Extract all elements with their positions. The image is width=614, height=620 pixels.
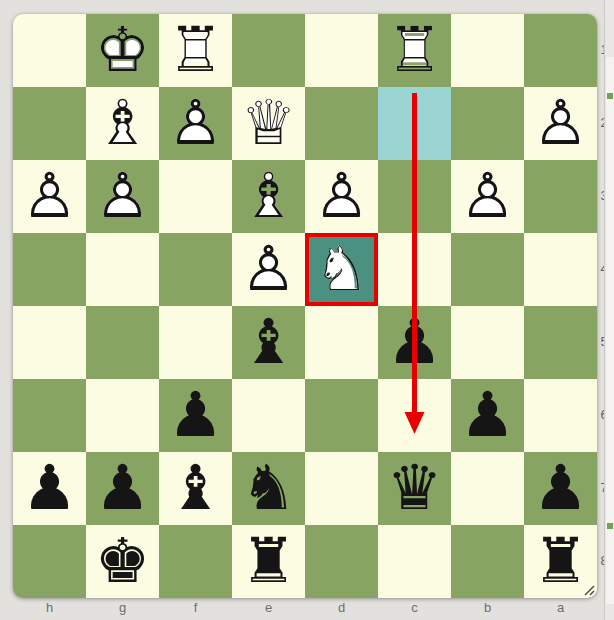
square-f4[interactable] [159,233,232,306]
square-b8[interactable] [451,525,524,598]
black-rook-icon[interactable]: ♜ [232,525,305,598]
square-f1[interactable]: ♜♖ [159,14,232,87]
square-a7[interactable]: ♟ [524,452,597,525]
file-label-c: c [405,600,425,616]
white-rook-icon[interactable]: ♜♖ [159,14,232,87]
white-pawn-icon[interactable]: ♟♙ [232,233,305,306]
square-b1[interactable] [451,14,524,87]
square-d4[interactable]: ♞♘ [305,233,378,306]
black-knight-icon[interactable]: ♞ [232,452,305,525]
white-pawn-icon[interactable]: ♟♙ [451,160,524,233]
square-g3[interactable]: ♟♙ [86,160,159,233]
square-d3[interactable]: ♟♙ [305,160,378,233]
square-g4[interactable] [86,233,159,306]
square-d1[interactable] [305,14,378,87]
square-h1[interactable] [13,14,86,87]
white-knight-icon[interactable]: ♞♘ [305,233,378,306]
square-g1[interactable]: ♚♔ [86,14,159,87]
white-bishop-icon[interactable]: ♝♗ [232,160,305,233]
square-a5[interactable] [524,306,597,379]
black-queen-icon[interactable]: ♛ [378,452,451,525]
square-h4[interactable] [13,233,86,306]
scroll-marker-icon [607,93,613,99]
square-b4[interactable] [451,233,524,306]
white-queen-icon[interactable]: ♛♕ [232,87,305,160]
square-c7[interactable]: ♛ [378,452,451,525]
square-e7[interactable]: ♞ [232,452,305,525]
square-b5[interactable] [451,306,524,379]
square-f7[interactable]: ♝ [159,452,232,525]
square-c2[interactable] [378,87,451,160]
square-d8[interactable] [305,525,378,598]
square-d6[interactable] [305,379,378,452]
square-a1[interactable] [524,14,597,87]
square-d7[interactable] [305,452,378,525]
square-c3[interactable] [378,160,451,233]
square-b2[interactable] [451,87,524,160]
square-b6[interactable]: ♟ [451,379,524,452]
black-pawn-icon[interactable]: ♟ [451,379,524,452]
black-bishop-icon[interactable]: ♝ [159,452,232,525]
white-king-icon[interactable]: ♚♔ [86,14,159,87]
file-label-g: g [113,600,133,616]
square-c4[interactable] [378,233,451,306]
white-pawn-icon[interactable]: ♟♙ [159,87,232,160]
square-f5[interactable] [159,306,232,379]
square-a3[interactable] [524,160,597,233]
square-f6[interactable]: ♟ [159,379,232,452]
square-h7[interactable]: ♟ [13,452,86,525]
white-pawn-icon[interactable]: ♟♙ [524,87,597,160]
resize-handle-icon[interactable] [581,582,595,596]
square-a2[interactable]: ♟♙ [524,87,597,160]
square-g6[interactable] [86,379,159,452]
file-label-e: e [259,600,279,616]
black-pawn-icon[interactable]: ♟ [13,452,86,525]
square-e2[interactable]: ♛♕ [232,87,305,160]
square-g5[interactable] [86,306,159,379]
square-h6[interactable] [13,379,86,452]
black-pawn-icon[interactable]: ♟ [159,379,232,452]
square-f2[interactable]: ♟♙ [159,87,232,160]
square-a4[interactable] [524,233,597,306]
square-c6[interactable] [378,379,451,452]
square-h5[interactable] [13,306,86,379]
scrollbar-track[interactable] [606,57,614,604]
file-label-h: h [40,600,60,616]
black-bishop-icon[interactable]: ♝ [232,306,305,379]
square-e3[interactable]: ♝♗ [232,160,305,233]
square-b7[interactable] [451,452,524,525]
square-g7[interactable]: ♟ [86,452,159,525]
square-c1[interactable]: ♜♖ [378,14,451,87]
white-pawn-icon[interactable]: ♟♙ [13,160,86,233]
square-h3[interactable]: ♟♙ [13,160,86,233]
square-c8[interactable] [378,525,451,598]
square-e5[interactable]: ♝ [232,306,305,379]
white-pawn-icon[interactable]: ♟♙ [86,160,159,233]
square-h8[interactable] [13,525,86,598]
black-pawn-icon[interactable]: ♟ [378,306,451,379]
square-d5[interactable] [305,306,378,379]
black-pawn-icon[interactable]: ♟ [524,452,597,525]
square-g8[interactable]: ♚ [86,525,159,598]
file-label-f: f [186,600,206,616]
square-b3[interactable]: ♟♙ [451,160,524,233]
white-rook-icon[interactable]: ♜♖ [378,14,451,87]
file-label-d: d [332,600,352,616]
square-e8[interactable]: ♜ [232,525,305,598]
black-king-icon[interactable]: ♚ [86,525,159,598]
file-label-b: b [478,600,498,616]
square-e1[interactable] [232,14,305,87]
square-f3[interactable] [159,160,232,233]
scroll-marker-icon [607,523,613,529]
chess-board: ♚♔♜♖♜♖♝♗♟♙♛♕♟♙♟♙♟♙♝♗♟♙♟♙♟♙♞♘♝♟♟♟♟♟♝♞♛♟♚♜… [13,14,597,598]
white-bishop-icon[interactable]: ♝♗ [86,87,159,160]
square-g2[interactable]: ♝♗ [86,87,159,160]
square-d2[interactable] [305,87,378,160]
white-pawn-icon[interactable]: ♟♙ [305,160,378,233]
board-grid: ♚♔♜♖♜♖♝♗♟♙♛♕♟♙♟♙♟♙♝♗♟♙♟♙♟♙♞♘♝♟♟♟♟♟♝♞♛♟♚♜… [13,14,597,598]
scrollbar[interactable] [604,0,614,620]
square-e6[interactable] [232,379,305,452]
square-c5[interactable]: ♟ [378,306,451,379]
square-h2[interactable] [13,87,86,160]
file-label-a: a [551,600,571,616]
square-e4[interactable]: ♟♙ [232,233,305,306]
page-background: ♚♔♜♖♜♖♝♗♟♙♛♕♟♙♟♙♟♙♝♗♟♙♟♙♟♙♞♘♝♟♟♟♟♟♝♞♛♟♚♜… [0,0,614,620]
square-a6[interactable] [524,379,597,452]
black-pawn-icon[interactable]: ♟ [86,452,159,525]
square-f8[interactable] [159,525,232,598]
